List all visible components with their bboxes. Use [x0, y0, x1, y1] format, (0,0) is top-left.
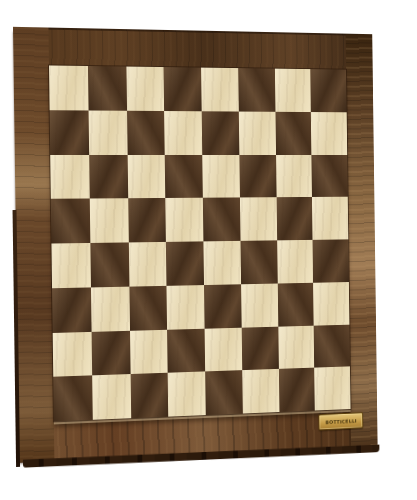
square-h1[interactable] [314, 367, 350, 411]
square-e1[interactable] [205, 370, 242, 415]
square-f5[interactable] [240, 197, 277, 240]
square-c3[interactable] [129, 286, 167, 331]
square-d7[interactable] [164, 111, 202, 155]
square-b2[interactable] [91, 330, 130, 375]
square-f8[interactable] [238, 68, 275, 111]
square-e7[interactable] [202, 111, 239, 154]
square-a2[interactable] [53, 331, 92, 377]
square-b5[interactable] [90, 198, 129, 242]
square-e4[interactable] [203, 241, 240, 285]
square-d5[interactable] [166, 198, 204, 242]
square-d6[interactable] [165, 154, 203, 198]
square-h7[interactable] [311, 112, 347, 155]
brand-plaque: BOTTICELLI [318, 412, 363, 431]
square-e6[interactable] [202, 154, 239, 197]
square-c6[interactable] [127, 154, 165, 198]
square-e5[interactable] [203, 198, 240, 242]
square-f4[interactable] [240, 240, 277, 284]
square-a6[interactable] [50, 154, 89, 199]
square-b3[interactable] [91, 286, 130, 331]
square-b7[interactable] [88, 110, 127, 154]
square-b1[interactable] [92, 374, 131, 420]
square-e2[interactable] [205, 327, 242, 371]
wood-frame-left [13, 27, 54, 463]
square-b8[interactable] [88, 66, 127, 111]
square-a8[interactable] [49, 65, 88, 110]
wood-frame-right [346, 34, 378, 447]
playing-field [49, 65, 351, 421]
product-photo: BOTTICELLI [0, 0, 417, 500]
square-a3[interactable] [52, 287, 91, 332]
square-d3[interactable] [167, 285, 205, 329]
square-d4[interactable] [166, 241, 204, 285]
square-d1[interactable] [168, 372, 206, 417]
square-f6[interactable] [239, 154, 276, 197]
square-e8[interactable] [201, 68, 238, 112]
square-g8[interactable] [274, 69, 311, 112]
square-h6[interactable] [312, 155, 348, 198]
square-f7[interactable] [239, 111, 276, 154]
square-a4[interactable] [51, 243, 90, 288]
square-c7[interactable] [127, 111, 165, 155]
square-b6[interactable] [89, 154, 128, 198]
square-c2[interactable] [130, 329, 168, 374]
square-g6[interactable] [276, 154, 313, 197]
square-f2[interactable] [241, 326, 278, 370]
square-e3[interactable] [204, 284, 241, 328]
chess-board: BOTTICELLI [13, 27, 378, 463]
board-side-edge [13, 210, 21, 467]
square-h3[interactable] [313, 282, 349, 325]
square-a7[interactable] [50, 110, 89, 155]
square-h2[interactable] [314, 324, 350, 368]
square-f1[interactable] [242, 369, 279, 413]
square-g4[interactable] [277, 240, 314, 283]
square-a5[interactable] [51, 199, 90, 244]
square-f3[interactable] [241, 283, 278, 327]
square-b4[interactable] [90, 242, 129, 287]
square-a1[interactable] [53, 376, 92, 422]
square-d2[interactable] [167, 328, 205, 373]
square-g3[interactable] [277, 283, 314, 327]
square-c8[interactable] [126, 67, 164, 111]
square-c4[interactable] [128, 242, 166, 286]
board-bottom-edge [23, 445, 379, 468]
square-c5[interactable] [128, 198, 166, 242]
brand-plaque-text: BOTTICELLI [325, 418, 356, 424]
square-d8[interactable] [164, 67, 202, 111]
square-g7[interactable] [275, 112, 312, 155]
square-h5[interactable] [312, 197, 348, 240]
square-h4[interactable] [313, 239, 349, 282]
square-c1[interactable] [130, 373, 168, 418]
square-g2[interactable] [278, 325, 315, 369]
square-g5[interactable] [276, 197, 313, 240]
square-h8[interactable] [310, 69, 346, 112]
square-g1[interactable] [278, 368, 315, 412]
